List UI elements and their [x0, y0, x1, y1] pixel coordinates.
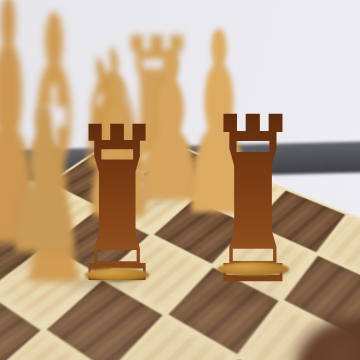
scene: ♟♝♞♜♟♟♟♟♜♜ [0, 0, 360, 360]
piece-layer: ♟♝♞♜♟♟♟♟♜♜ [0, 0, 360, 360]
brass-base-band [85, 268, 149, 281]
brass-base-band [217, 262, 289, 276]
black-rook-glyph: ♜ [206, 89, 300, 318]
